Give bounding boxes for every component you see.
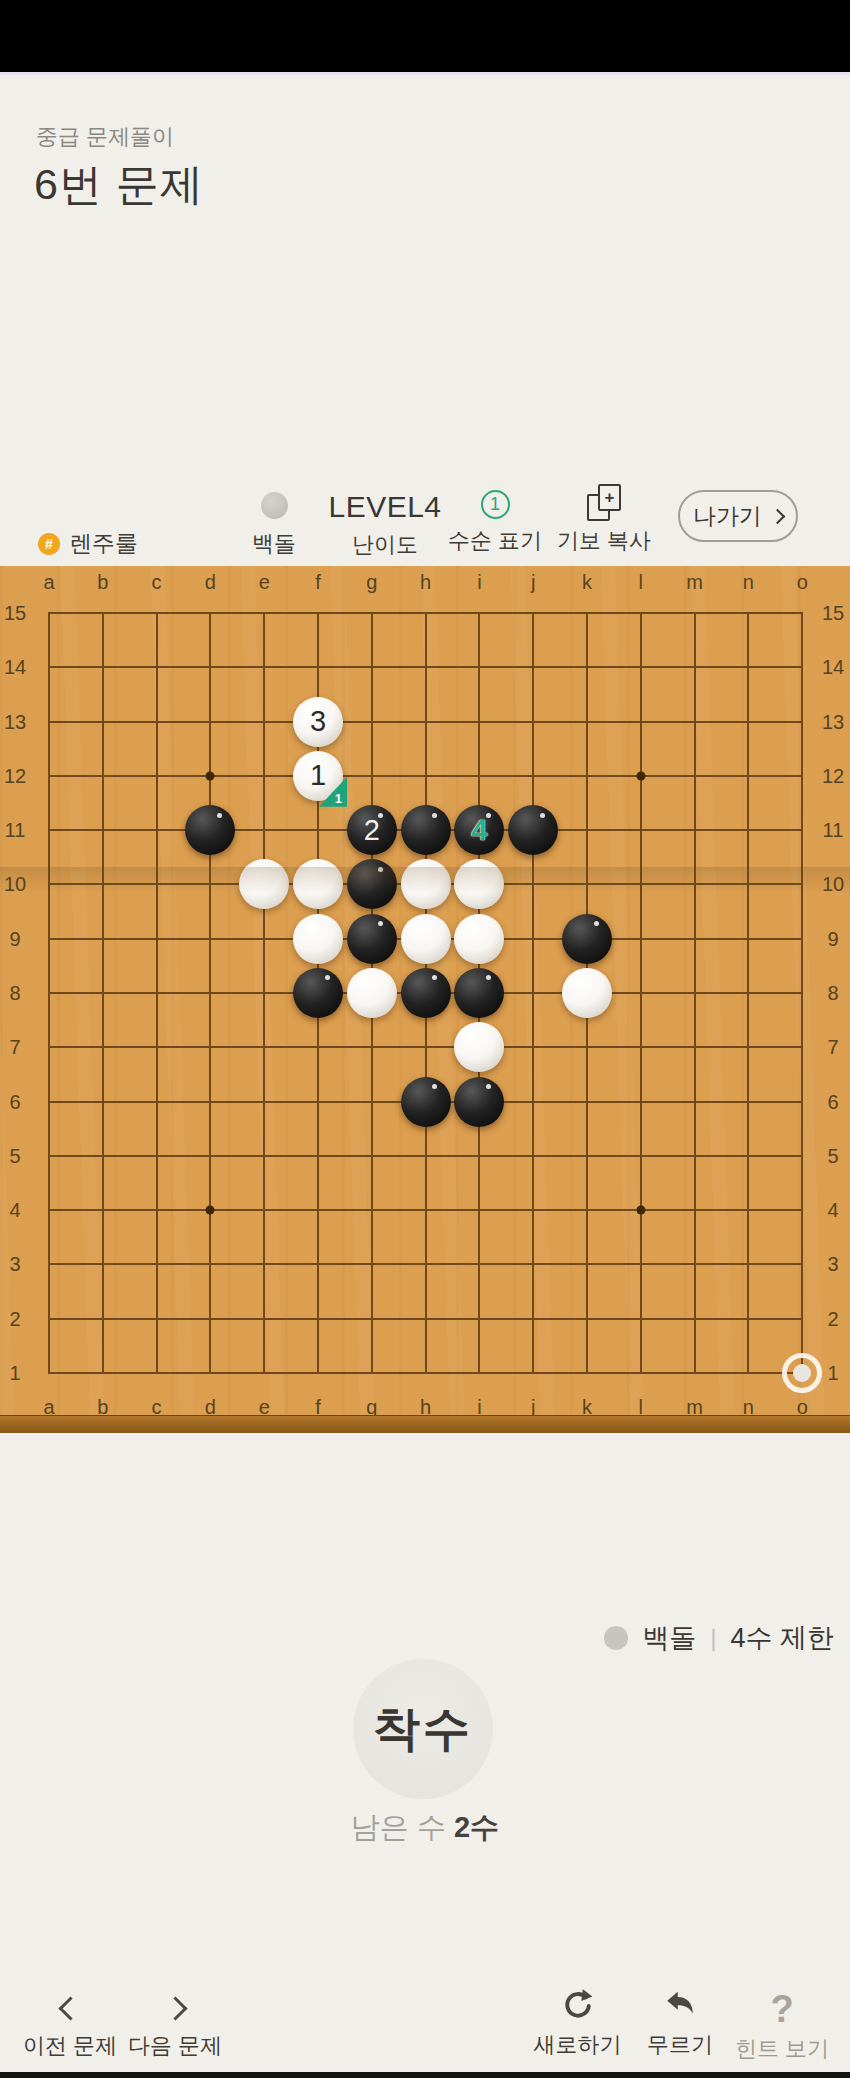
grid-line-h [48,1046,803,1048]
grid-line-h [48,1209,803,1211]
white-stone-f12: 11 [293,751,343,801]
coord-label-col-top: b [97,571,108,594]
black-stone-i11: 4 [454,805,504,855]
rule-badge[interactable]: # 렌주룰 [38,528,138,559]
coord-label-row-left: 9 [9,927,20,950]
grid-line-v [747,612,749,1374]
status-bar [0,0,850,72]
coord-label-row-left: 7 [9,1036,20,1059]
coord-label-col-top: k [582,571,592,594]
coord-label-col-top: j [531,571,535,594]
white-stone-f13: 3 [293,697,343,747]
star-point [636,771,645,780]
white-stone-icon [261,492,288,519]
remaining-moves: 남은 수 2수 [0,1808,850,1848]
coord-label-row-right: 11 [823,819,844,842]
black-stone-h11 [401,805,451,855]
undo-icon [662,1988,698,2024]
difficulty-label: 난이도 [352,530,418,560]
place-stone-button[interactable]: 착수 [353,1659,493,1799]
coord-label-col-top: g [366,571,377,594]
hint-label: 힌트 보기 [735,2034,829,2064]
white-stone-g8 [347,968,397,1018]
coord-label-row-right: 3 [827,1253,838,1276]
grid-line-h [48,1318,803,1320]
move-limit-label: 4수 제한 [730,1620,834,1656]
coord-label-col-top: e [259,571,270,594]
rule-label: 렌주룰 [69,528,138,559]
prev-problem-button[interactable]: 이전 문제 [30,1992,110,2061]
coord-label-row-left: 8 [9,981,20,1004]
coord-label-row-left: 1 [9,1361,20,1384]
black-stone-j11 [508,805,558,855]
black-stone-k9 [562,914,612,964]
move-order-toggle[interactable]: 1 수순 표기 [452,490,538,556]
home-indicator [0,2072,850,2078]
hint-button[interactable]: ? 힌트 보기 [732,1990,832,2064]
turn-info: 백돌 | 4수 제한 [604,1620,834,1656]
turn-stone-icon [604,1626,628,1650]
coord-label-col-top: l [639,571,643,594]
board-shadow [0,867,850,893]
coord-label-col-top: c [152,571,162,594]
coord-label-row-right: 7 [827,1036,838,1059]
white-stone-f9 [293,914,343,964]
grid-line-h [48,1263,803,1265]
remaining-prefix: 남은 수 [351,1811,454,1843]
turn-divider: | [710,1624,716,1652]
grid-line-h [48,1155,803,1157]
coord-label-row-left: 2 [9,1307,20,1330]
toolbar: # 렌주룰 백돌 LEVEL4 난이도 1 수순 표기 + 기보 복사 나가기 [0,478,850,564]
board-surface[interactable]: aabbccddeeffgghhiijjkkllmmnnoo1515141413… [0,566,850,1415]
coord-label-col-top: n [743,571,754,594]
coord-label-row-right: 2 [827,1307,838,1330]
coord-label-row-left: 12 [4,764,26,787]
coord-label-row-right: 6 [827,1090,838,1113]
header-subtitle: 중급 문제풀이 [36,122,174,152]
next-problem-label: 다음 문제 [128,2031,222,2061]
coord-label-row-right: 14 [822,656,844,679]
coord-label-col-top: h [420,571,431,594]
coord-label-row-left: 14 [4,656,26,679]
next-problem-button[interactable]: 다음 문제 [135,1992,215,2061]
reset-button[interactable]: 새로하기 [530,1988,625,2060]
move-order-label: 수순 표기 [448,526,542,556]
copy-record-button[interactable]: + 기보 복사 [556,484,652,556]
star-point [636,1206,645,1215]
star-point [206,771,215,780]
white-stone-i7 [454,1022,504,1072]
undo-label: 무르기 [647,2030,713,2060]
move-order-icon: 1 [481,490,510,519]
coord-label-row-left: 3 [9,1253,20,1276]
coord-label-row-left: 6 [9,1090,20,1113]
player-stone-indicator: 백돌 [238,492,310,559]
coord-label-col-top: i [477,571,481,594]
reset-label: 새로하기 [534,2030,622,2060]
copy-record-label: 기보 복사 [557,526,651,556]
grid-line-v [694,612,696,1374]
refresh-icon [560,1988,596,2024]
black-stone-f8 [293,968,343,1018]
black-stone-i6 [454,1077,504,1127]
coord-label-row-right: 5 [827,1144,838,1167]
board-edge [0,1415,850,1433]
exit-label: 나가기 [693,501,762,532]
player-stone-label: 백돌 [252,529,296,559]
cursor-dot [793,1364,811,1382]
coord-label-row-left: 15 [4,602,26,625]
coord-label-col-top: o [797,571,808,594]
black-stone-i8 [454,968,504,1018]
black-stone-g11: 2 [347,805,397,855]
status-bar-underline [0,72,850,75]
coord-label-row-left: 4 [9,1199,20,1222]
grid-line-v [532,612,534,1374]
coord-label-row-right: 9 [827,927,838,950]
page-title: 6번 문제 [34,156,204,214]
coord-label-row-right: 4 [827,1199,838,1222]
question-mark-icon: ? [770,1990,793,2028]
undo-button[interactable]: 무르기 [640,1988,720,2060]
white-stone-i9 [454,914,504,964]
rule-coin-icon: # [38,533,60,555]
grid-line-h [48,1372,803,1374]
turn-stone-label: 백돌 [642,1620,696,1656]
coord-label-col-top: d [205,571,216,594]
chevron-left-icon [58,1996,82,2020]
coord-label-row-left: 11 [5,819,26,842]
chevron-right-icon [770,508,786,524]
star-point [206,1206,215,1215]
coord-label-row-right: 15 [822,602,844,625]
black-stone-d11 [185,805,235,855]
grid-line-v [640,612,642,1374]
coord-label-row-right: 13 [822,710,844,733]
coord-label-row-right: 12 [822,764,844,787]
coord-label-row-left: 5 [9,1144,20,1167]
coord-label-col-top: a [43,571,54,594]
black-stone-h8 [401,968,451,1018]
white-stone-h9 [401,914,451,964]
chevron-right-icon [163,1996,187,2020]
grid-line-v [801,612,803,1374]
black-stone-h6 [401,1077,451,1127]
difficulty-indicator: LEVEL4 난이도 [330,490,440,560]
remaining-value: 2수 [454,1811,499,1843]
exit-button[interactable]: 나가기 [678,490,798,542]
white-stone-k8 [562,968,612,1018]
coord-label-row-right: 8 [827,981,838,1004]
coord-label-row-left: 13 [4,710,26,733]
level-value: LEVEL4 [328,490,441,524]
coord-label-col-top: f [315,571,321,594]
game-board[interactable]: aabbccddeeffgghhiijjkkllmmnnoo1515141413… [0,566,850,1433]
black-stone-g9 [347,914,397,964]
prev-problem-label: 이전 문제 [23,2031,117,2061]
copy-icon: + [587,484,621,521]
app-screen: 중급 문제풀이 6번 문제 # 렌주룰 백돌 LEVEL4 난이도 1 수순 표… [0,0,850,2078]
coord-label-row-right: 1 [827,1361,838,1384]
coord-label-col-top: m [686,571,703,594]
